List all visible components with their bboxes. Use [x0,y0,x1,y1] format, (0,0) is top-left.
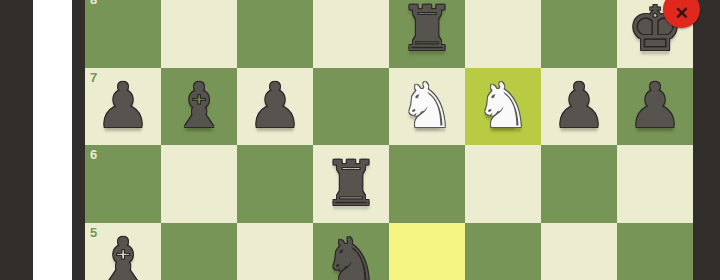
piece-black-rook[interactable]: ♜ [389,0,465,68]
square-a6[interactable]: 6 [85,145,161,223]
screenshot-root: 8♜♚7♟♝♟♞♞♟♟6♜5♝♞ ✕ [0,0,720,280]
square-c8[interactable] [237,0,313,68]
square-h6[interactable] [617,145,693,223]
piece-black-pawn[interactable]: ♟ [237,68,313,146]
piece-black-knight[interactable]: ♞ [313,223,389,280]
square-f7[interactable]: ♞ [465,68,541,146]
piece-black-bishop[interactable]: ♝ [85,223,161,280]
square-c6[interactable] [237,145,313,223]
piece-black-bishop[interactable]: ♝ [161,68,237,146]
square-g8[interactable] [541,0,617,68]
square-d7[interactable] [313,68,389,146]
square-e8[interactable]: ♜ [389,0,465,68]
square-e5[interactable] [389,223,465,280]
square-a8[interactable]: 8 [85,0,161,68]
rank-label-6: 6 [90,148,97,161]
square-h5[interactable] [617,223,693,280]
piece-white-knight[interactable]: ♞ [389,68,465,146]
square-e7[interactable]: ♞ [389,68,465,146]
left-white-strip [33,0,72,280]
piece-black-pawn[interactable]: ♟ [617,68,693,146]
piece-black-pawn[interactable]: ♟ [541,68,617,146]
piece-black-rook[interactable]: ♜ [313,145,389,223]
square-g6[interactable] [541,145,617,223]
square-g7[interactable]: ♟ [541,68,617,146]
square-g5[interactable] [541,223,617,280]
square-c5[interactable] [237,223,313,280]
square-b7[interactable]: ♝ [161,68,237,146]
piece-black-pawn[interactable]: ♟ [85,68,161,146]
square-e6[interactable] [389,145,465,223]
square-b6[interactable] [161,145,237,223]
square-d6[interactable]: ♜ [313,145,389,223]
square-h7[interactable]: ♟ [617,68,693,146]
rank-label-8: 8 [90,0,97,6]
game-result-badge-glyph: ✕ [674,5,688,22]
square-d5[interactable]: ♞ [313,223,389,280]
square-b5[interactable] [161,223,237,280]
square-d8[interactable] [313,0,389,68]
square-a5[interactable]: 5♝ [85,223,161,280]
square-f5[interactable] [465,223,541,280]
square-a7[interactable]: 7♟ [85,68,161,146]
piece-white-knight[interactable]: ♞ [465,68,541,146]
chess-board: 8♜♚7♟♝♟♞♞♟♟6♜5♝♞ [85,0,693,280]
square-c7[interactable]: ♟ [237,68,313,146]
square-b8[interactable] [161,0,237,68]
square-f6[interactable] [465,145,541,223]
square-f8[interactable] [465,0,541,68]
